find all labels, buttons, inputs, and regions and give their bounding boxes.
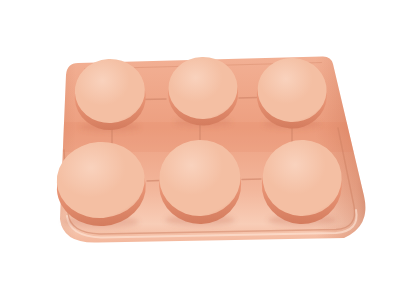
groove-bottom-row-right <box>242 179 261 180</box>
photo-canvas <box>0 0 400 300</box>
groove-bottom-row-left <box>147 181 159 182</box>
mold-illustration <box>0 0 400 300</box>
mold-domes <box>54 56 344 229</box>
groove-top-row-right <box>239 98 257 99</box>
silicone-mold-photo <box>0 0 400 300</box>
